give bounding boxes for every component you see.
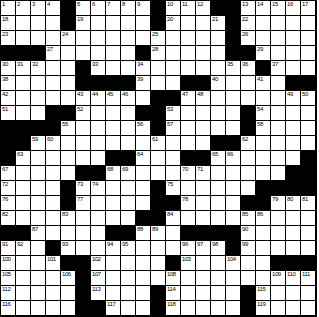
- grid-cell-r2c14[interactable]: [211, 31, 226, 46]
- grid-cell-r20c19[interactable]: [286, 301, 301, 316]
- grid-cell-r0c5[interactable]: 5: [76, 1, 91, 16]
- grid-cell-r3c18[interactable]: [271, 46, 286, 61]
- grid-cell-r0c7[interactable]: 7: [106, 1, 121, 16]
- grid-cell-r19c12[interactable]: [181, 286, 196, 301]
- grid-cell-r13c15[interactable]: [226, 196, 241, 211]
- grid-cell-r4c18[interactable]: 37: [271, 61, 286, 76]
- grid-cell-r0c20[interactable]: 17: [301, 1, 316, 16]
- grid-cell-r16c4[interactable]: 93: [61, 241, 76, 256]
- grid-cell-r3c7[interactable]: [106, 46, 121, 61]
- grid-cell-r20c1[interactable]: [16, 301, 31, 316]
- grid-cell-r8c8[interactable]: [121, 121, 136, 136]
- grid-cell-r14c13[interactable]: [196, 211, 211, 226]
- grid-cell-r15c20[interactable]: [301, 226, 316, 241]
- grid-cell-r3c17[interactable]: 29: [256, 46, 271, 61]
- grid-cell-r13c12[interactable]: 78: [181, 196, 196, 211]
- grid-cell-r10c9[interactable]: 64: [136, 151, 151, 166]
- grid-cell-r19c1[interactable]: [16, 286, 31, 301]
- grid-cell-r17c3[interactable]: 101: [46, 256, 61, 271]
- grid-cell-r20c3[interactable]: [46, 301, 61, 316]
- grid-cell-r9c16[interactable]: 62: [241, 136, 256, 151]
- grid-cell-r0c18[interactable]: 15: [271, 1, 286, 16]
- grid-cell-r18c10[interactable]: [151, 271, 166, 286]
- grid-cell-r2c11[interactable]: [166, 31, 181, 46]
- grid-cell-r3c12[interactable]: [181, 46, 196, 61]
- grid-cell-r15c18[interactable]: [271, 226, 286, 241]
- grid-cell-r10c14[interactable]: 65: [211, 151, 226, 166]
- grid-cell-r17c0[interactable]: 100: [1, 256, 16, 271]
- grid-cell-r19c7[interactable]: [106, 286, 121, 301]
- grid-cell-r9c9[interactable]: [136, 136, 151, 151]
- grid-cell-r14c19[interactable]: [286, 211, 301, 226]
- grid-cell-r4c8[interactable]: [121, 61, 136, 76]
- grid-cell-r2c6[interactable]: [91, 31, 106, 46]
- grid-cell-r5c14[interactable]: 40: [211, 76, 226, 91]
- grid-cell-r12c3[interactable]: [46, 181, 61, 196]
- grid-cell-r17c15[interactable]: 104: [226, 256, 241, 271]
- grid-cell-r15c4[interactable]: [61, 226, 76, 241]
- grid-cell-r1c5[interactable]: 19: [76, 16, 91, 31]
- grid-cell-r9c4[interactable]: [61, 136, 76, 151]
- grid-cell-r7c8[interactable]: [121, 106, 136, 121]
- grid-cell-r14c18[interactable]: [271, 211, 286, 226]
- grid-cell-r16c0[interactable]: 91: [1, 241, 16, 256]
- grid-cell-r8c5[interactable]: [76, 121, 91, 136]
- grid-cell-r13c19[interactable]: 80: [286, 196, 301, 211]
- grid-cell-r16c11[interactable]: [166, 241, 181, 256]
- grid-cell-r18c17[interactable]: [256, 271, 271, 286]
- grid-cell-r19c2[interactable]: [31, 286, 46, 301]
- grid-cell-r7c19[interactable]: [286, 106, 301, 121]
- grid-cell-r19c6[interactable]: 113: [91, 286, 106, 301]
- grid-cell-r9c18[interactable]: [271, 136, 286, 151]
- grid-cell-r5c17[interactable]: 41: [256, 76, 271, 91]
- grid-cell-r2c10[interactable]: 25: [151, 31, 166, 46]
- grid-cell-r13c18[interactable]: 79: [271, 196, 286, 211]
- grid-cell-r17c17[interactable]: [256, 256, 271, 271]
- grid-cell-r2c0[interactable]: 23: [1, 31, 16, 46]
- grid-cell-r10c10[interactable]: [151, 151, 166, 166]
- grid-cell-r20c14[interactable]: [211, 301, 226, 316]
- grid-cell-r13c1[interactable]: [16, 196, 31, 211]
- grid-cell-r6c20[interactable]: 50: [301, 91, 316, 106]
- grid-cell-r18c13[interactable]: [196, 271, 211, 286]
- grid-cell-r5c1[interactable]: [16, 76, 31, 91]
- grid-cell-r16c9[interactable]: [136, 241, 151, 256]
- grid-cell-r13c14[interactable]: [211, 196, 226, 211]
- grid-cell-r10c4[interactable]: [61, 151, 76, 166]
- grid-cell-r1c12[interactable]: [181, 16, 196, 31]
- grid-cell-r8c15[interactable]: [226, 121, 241, 136]
- grid-cell-r17c14[interactable]: [211, 256, 226, 271]
- grid-cell-r3c6[interactable]: [91, 46, 106, 61]
- grid-cell-r15c3[interactable]: [46, 226, 61, 241]
- grid-cell-r12c12[interactable]: [181, 181, 196, 196]
- grid-cell-r8c18[interactable]: [271, 121, 286, 136]
- grid-cell-r3c4[interactable]: [61, 46, 76, 61]
- grid-cell-r2c13[interactable]: [196, 31, 211, 46]
- grid-cell-r9c3[interactable]: 60: [46, 136, 61, 151]
- grid-cell-r17c8[interactable]: [121, 256, 136, 271]
- grid-cell-r4c7[interactable]: [106, 61, 121, 76]
- grid-cell-r2c7[interactable]: [106, 31, 121, 46]
- grid-cell-r2c16[interactable]: 26: [241, 31, 256, 46]
- grid-cell-r14c4[interactable]: 83: [61, 211, 76, 226]
- grid-cell-r8c17[interactable]: 58: [256, 121, 271, 136]
- grid-cell-r19c17[interactable]: 115: [256, 286, 271, 301]
- grid-cell-r3c10[interactable]: 28: [151, 46, 166, 61]
- grid-cell-r9c7[interactable]: [106, 136, 121, 151]
- grid-cell-r12c11[interactable]: 75: [166, 181, 181, 196]
- grid-cell-r11c10[interactable]: [151, 166, 166, 181]
- grid-cell-r13c7[interactable]: [106, 196, 121, 211]
- grid-cell-r10c18[interactable]: [271, 151, 286, 166]
- grid-cell-r19c0[interactable]: 112: [1, 286, 16, 301]
- grid-cell-r14c2[interactable]: [31, 211, 46, 226]
- grid-cell-r0c2[interactable]: 3: [31, 1, 46, 16]
- grid-cell-r14c7[interactable]: [106, 211, 121, 226]
- grid-cell-r7c7[interactable]: [106, 106, 121, 121]
- grid-cell-r6c1[interactable]: [16, 91, 31, 106]
- grid-cell-r4c14[interactable]: [211, 61, 226, 76]
- grid-cell-r4c9[interactable]: 34: [136, 61, 151, 76]
- grid-cell-r0c6[interactable]: 6: [91, 1, 106, 16]
- grid-cell-r5c3[interactable]: [46, 76, 61, 91]
- grid-cell-r3c20[interactable]: [301, 46, 316, 61]
- grid-cell-r9c11[interactable]: [166, 136, 181, 151]
- grid-cell-r16c7[interactable]: 94: [106, 241, 121, 256]
- grid-cell-r5c15[interactable]: [226, 76, 241, 91]
- grid-cell-r4c3[interactable]: [46, 61, 61, 76]
- grid-cell-r15c17[interactable]: [256, 226, 271, 241]
- grid-cell-r13c13[interactable]: [196, 196, 211, 211]
- grid-cell-r13c2[interactable]: [31, 196, 46, 211]
- grid-cell-r0c17[interactable]: 14: [256, 1, 271, 16]
- grid-cell-r20c0[interactable]: 116: [1, 301, 16, 316]
- grid-cell-r15c6[interactable]: [91, 226, 106, 241]
- grid-cell-r13c5[interactable]: 77: [76, 196, 91, 211]
- grid-cell-r18c15[interactable]: [226, 271, 241, 286]
- grid-cell-r1c0[interactable]: 18: [1, 16, 16, 31]
- grid-cell-r6c5[interactable]: 43: [76, 91, 91, 106]
- grid-cell-r2c19[interactable]: [286, 31, 301, 46]
- grid-cell-r20c11[interactable]: 118: [166, 301, 181, 316]
- grid-cell-r5c4[interactable]: [61, 76, 76, 91]
- grid-cell-r3c13[interactable]: [196, 46, 211, 61]
- grid-cell-r2c18[interactable]: [271, 31, 286, 46]
- grid-cell-r0c11[interactable]: 10: [166, 1, 181, 16]
- grid-cell-r11c17[interactable]: [256, 166, 271, 181]
- grid-cell-r8c4[interactable]: 55: [61, 121, 76, 136]
- grid-cell-r15c19[interactable]: [286, 226, 301, 241]
- grid-cell-r12c5[interactable]: 73: [76, 181, 91, 196]
- grid-cell-r19c20[interactable]: [301, 286, 316, 301]
- grid-cell-r18c7[interactable]: [106, 271, 121, 286]
- grid-cell-r10c19[interactable]: [286, 151, 301, 166]
- grid-cell-r19c13[interactable]: [196, 286, 211, 301]
- grid-cell-r2c20[interactable]: [301, 31, 316, 46]
- grid-cell-r15c10[interactable]: 89: [151, 226, 166, 241]
- grid-cell-r2c12[interactable]: [181, 31, 196, 46]
- grid-cell-r12c13[interactable]: [196, 181, 211, 196]
- grid-cell-r6c6[interactable]: 44: [91, 91, 106, 106]
- grid-cell-r11c4[interactable]: [61, 166, 76, 181]
- grid-cell-r14c14[interactable]: [211, 211, 226, 226]
- grid-cell-r10c11[interactable]: [166, 151, 181, 166]
- grid-cell-r5c11[interactable]: [166, 76, 181, 91]
- grid-cell-r8c13[interactable]: [196, 121, 211, 136]
- grid-cell-r4c6[interactable]: 33: [91, 61, 106, 76]
- grid-cell-r13c0[interactable]: 76: [1, 196, 16, 211]
- grid-cell-r7c5[interactable]: 52: [76, 106, 91, 121]
- grid-cell-r8c9[interactable]: 56: [136, 121, 151, 136]
- grid-cell-r20c18[interactable]: [271, 301, 286, 316]
- grid-cell-r11c3[interactable]: [46, 166, 61, 181]
- grid-cell-r9c13[interactable]: [196, 136, 211, 151]
- grid-cell-r16c20[interactable]: [301, 241, 316, 256]
- grid-cell-r8c12[interactable]: [181, 121, 196, 136]
- grid-cell-r11c9[interactable]: [136, 166, 151, 181]
- grid-cell-r5c9[interactable]: 39: [136, 76, 151, 91]
- grid-cell-r18c6[interactable]: 107: [91, 271, 106, 286]
- grid-cell-r18c4[interactable]: 106: [61, 271, 76, 286]
- grid-cell-r6c2[interactable]: [31, 91, 46, 106]
- grid-cell-r8c11[interactable]: 57: [166, 121, 181, 136]
- grid-cell-r12c1[interactable]: [16, 181, 31, 196]
- grid-cell-r8c20[interactable]: [301, 121, 316, 136]
- grid-cell-r14c16[interactable]: 85: [241, 211, 256, 226]
- grid-cell-r11c18[interactable]: [271, 166, 286, 181]
- grid-cell-r8c6[interactable]: [91, 121, 106, 136]
- grid-cell-r20c13[interactable]: [196, 301, 211, 316]
- grid-cell-r5c2[interactable]: [31, 76, 46, 91]
- grid-cell-r11c11[interactable]: [166, 166, 181, 181]
- grid-cell-r19c11[interactable]: 114: [166, 286, 181, 301]
- grid-cell-r6c15[interactable]: [226, 91, 241, 106]
- grid-cell-r1c19[interactable]: [286, 16, 301, 31]
- grid-cell-r11c7[interactable]: 68: [106, 166, 121, 181]
- grid-cell-r13c9[interactable]: [136, 196, 151, 211]
- grid-cell-r0c12[interactable]: 11: [181, 1, 196, 16]
- grid-cell-r12c15[interactable]: [226, 181, 241, 196]
- grid-cell-r12c6[interactable]: 74: [91, 181, 106, 196]
- grid-cell-r10c16[interactable]: [241, 151, 256, 166]
- grid-cell-r8c19[interactable]: [286, 121, 301, 136]
- grid-cell-r14c8[interactable]: [121, 211, 136, 226]
- grid-cell-r16c12[interactable]: 96: [181, 241, 196, 256]
- grid-cell-r10c2[interactable]: [31, 151, 46, 166]
- grid-cell-r0c0[interactable]: 1: [1, 1, 16, 16]
- grid-cell-r17c12[interactable]: 103: [181, 256, 196, 271]
- grid-cell-r10c1[interactable]: 63: [16, 151, 31, 166]
- grid-cell-r12c16[interactable]: [241, 181, 256, 196]
- grid-cell-r14c6[interactable]: [91, 211, 106, 226]
- grid-cell-r3c5[interactable]: [76, 46, 91, 61]
- grid-cell-r1c2[interactable]: [31, 16, 46, 31]
- grid-cell-r0c16[interactable]: 13: [241, 1, 256, 16]
- grid-cell-r18c9[interactable]: [136, 271, 151, 286]
- grid-cell-r19c8[interactable]: [121, 286, 136, 301]
- grid-cell-r2c8[interactable]: [121, 31, 136, 46]
- grid-cell-r5c18[interactable]: [271, 76, 286, 91]
- grid-cell-r14c5[interactable]: [76, 211, 91, 226]
- grid-cell-r3c14[interactable]: [211, 46, 226, 61]
- grid-cell-r16c18[interactable]: [271, 241, 286, 256]
- grid-cell-r2c9[interactable]: [136, 31, 151, 46]
- grid-cell-r8c14[interactable]: [211, 121, 226, 136]
- grid-cell-r17c10[interactable]: [151, 256, 166, 271]
- grid-cell-r4c12[interactable]: [181, 61, 196, 76]
- grid-cell-r16c13[interactable]: 97: [196, 241, 211, 256]
- grid-cell-r4c19[interactable]: [286, 61, 301, 76]
- grid-cell-r17c9[interactable]: [136, 256, 151, 271]
- grid-cell-r1c11[interactable]: 20: [166, 16, 181, 31]
- grid-cell-r6c4[interactable]: [61, 91, 76, 106]
- grid-cell-r8c7[interactable]: [106, 121, 121, 136]
- grid-cell-r11c1[interactable]: [16, 166, 31, 181]
- grid-cell-r1c8[interactable]: [121, 16, 136, 31]
- grid-cell-r6c19[interactable]: 49: [286, 91, 301, 106]
- grid-cell-r7c0[interactable]: 51: [1, 106, 16, 121]
- grid-cell-r0c9[interactable]: 9: [136, 1, 151, 16]
- grid-cell-r14c11[interactable]: 84: [166, 211, 181, 226]
- grid-cell-r20c2[interactable]: [31, 301, 46, 316]
- grid-cell-r11c12[interactable]: 70: [181, 166, 196, 181]
- grid-cell-r1c16[interactable]: 22: [241, 16, 256, 31]
- grid-cell-r20c8[interactable]: [121, 301, 136, 316]
- grid-cell-r7c13[interactable]: [196, 106, 211, 121]
- grid-cell-r15c5[interactable]: [76, 226, 91, 241]
- grid-cell-r14c15[interactable]: [226, 211, 241, 226]
- grid-cell-r1c18[interactable]: [271, 16, 286, 31]
- grid-cell-r4c0[interactable]: 30: [1, 61, 16, 76]
- grid-cell-r4c10[interactable]: [151, 61, 166, 76]
- grid-cell-r1c9[interactable]: [136, 16, 151, 31]
- grid-cell-r9c19[interactable]: [286, 136, 301, 151]
- grid-cell-r12c7[interactable]: [106, 181, 121, 196]
- grid-cell-r17c1[interactable]: [16, 256, 31, 271]
- grid-cell-r6c0[interactable]: 42: [1, 91, 16, 106]
- grid-cell-r16c16[interactable]: 99: [241, 241, 256, 256]
- grid-cell-r20c7[interactable]: 117: [106, 301, 121, 316]
- grid-cell-r10c6[interactable]: [91, 151, 106, 166]
- grid-cell-r14c3[interactable]: [46, 211, 61, 226]
- grid-cell-r13c8[interactable]: [121, 196, 136, 211]
- grid-cell-r16c19[interactable]: [286, 241, 301, 256]
- grid-cell-r19c19[interactable]: [286, 286, 301, 301]
- grid-cell-r11c8[interactable]: 69: [121, 166, 136, 181]
- grid-cell-r4c4[interactable]: [61, 61, 76, 76]
- grid-cell-r20c9[interactable]: [136, 301, 151, 316]
- grid-cell-r15c16[interactable]: 90: [241, 226, 256, 241]
- grid-cell-r1c6[interactable]: [91, 16, 106, 31]
- grid-cell-r7c12[interactable]: [181, 106, 196, 121]
- grid-cell-r7c17[interactable]: 54: [256, 106, 271, 121]
- grid-cell-r15c2[interactable]: 87: [31, 226, 46, 241]
- grid-cell-r6c8[interactable]: 46: [121, 91, 136, 106]
- grid-cell-r1c13[interactable]: [196, 16, 211, 31]
- grid-cell-r18c16[interactable]: [241, 271, 256, 286]
- grid-cell-r14c20[interactable]: [301, 211, 316, 226]
- grid-cell-r14c12[interactable]: [181, 211, 196, 226]
- grid-cell-r13c6[interactable]: [91, 196, 106, 211]
- grid-cell-r18c14[interactable]: [211, 271, 226, 286]
- grid-cell-r15c9[interactable]: 88: [136, 226, 151, 241]
- grid-cell-r2c5[interactable]: [76, 31, 91, 46]
- grid-cell-r2c3[interactable]: [46, 31, 61, 46]
- grid-cell-r17c7[interactable]: [106, 256, 121, 271]
- grid-cell-r1c7[interactable]: [106, 16, 121, 31]
- grid-cell-r2c4[interactable]: 24: [61, 31, 76, 46]
- grid-cell-r5c10[interactable]: [151, 76, 166, 91]
- grid-cell-r7c1[interactable]: [16, 106, 31, 121]
- grid-cell-r7c15[interactable]: [226, 106, 241, 121]
- grid-cell-r12c8[interactable]: [121, 181, 136, 196]
- grid-cell-r2c1[interactable]: [16, 31, 31, 46]
- grid-cell-r18c0[interactable]: 105: [1, 271, 16, 286]
- grid-cell-r7c2[interactable]: [31, 106, 46, 121]
- grid-cell-r17c6[interactable]: 102: [91, 256, 106, 271]
- grid-cell-r18c11[interactable]: 108: [166, 271, 181, 286]
- grid-cell-r12c2[interactable]: [31, 181, 46, 196]
- grid-cell-r0c1[interactable]: 2: [16, 1, 31, 16]
- grid-cell-r16c2[interactable]: [31, 241, 46, 256]
- grid-cell-r19c14[interactable]: [211, 286, 226, 301]
- grid-cell-r7c18[interactable]: [271, 106, 286, 121]
- grid-cell-r7c11[interactable]: 53: [166, 106, 181, 121]
- grid-cell-r19c15[interactable]: [226, 286, 241, 301]
- grid-cell-r16c17[interactable]: [256, 241, 271, 256]
- grid-cell-r14c17[interactable]: 86: [256, 211, 271, 226]
- grid-cell-r12c9[interactable]: [136, 181, 151, 196]
- grid-cell-r13c20[interactable]: 81: [301, 196, 316, 211]
- grid-cell-r19c9[interactable]: [136, 286, 151, 301]
- grid-cell-r3c11[interactable]: [166, 46, 181, 61]
- grid-cell-r5c0[interactable]: 38: [1, 76, 16, 91]
- grid-cell-r17c2[interactable]: [31, 256, 46, 271]
- grid-cell-r18c8[interactable]: [121, 271, 136, 286]
- grid-cell-r5c16[interactable]: [241, 76, 256, 91]
- grid-cell-r6c16[interactable]: [241, 91, 256, 106]
- grid-cell-r7c20[interactable]: [301, 106, 316, 121]
- grid-cell-r6c14[interactable]: [211, 91, 226, 106]
- grid-cell-r9c2[interactable]: 59: [31, 136, 46, 151]
- grid-cell-r4c1[interactable]: 31: [16, 61, 31, 76]
- grid-cell-r14c0[interactable]: 82: [1, 211, 16, 226]
- grid-cell-r0c3[interactable]: 4: [46, 1, 61, 16]
- grid-cell-r18c2[interactable]: [31, 271, 46, 286]
- grid-cell-r16c14[interactable]: 98: [211, 241, 226, 256]
- grid-cell-r1c17[interactable]: [256, 16, 271, 31]
- grid-cell-r4c15[interactable]: 35: [226, 61, 241, 76]
- grid-cell-r0c8[interactable]: 8: [121, 1, 136, 16]
- grid-cell-r18c12[interactable]: [181, 271, 196, 286]
- grid-cell-r18c19[interactable]: 110: [286, 271, 301, 286]
- grid-cell-r20c12[interactable]: [181, 301, 196, 316]
- grid-cell-r20c15[interactable]: [226, 301, 241, 316]
- grid-cell-r10c17[interactable]: [256, 151, 271, 166]
- grid-cell-r11c0[interactable]: 67: [1, 166, 16, 181]
- grid-cell-r9c12[interactable]: [181, 136, 196, 151]
- grid-cell-r11c13[interactable]: 71: [196, 166, 211, 181]
- grid-cell-r2c17[interactable]: [256, 31, 271, 46]
- grid-cell-r4c20[interactable]: [301, 61, 316, 76]
- grid-cell-r4c11[interactable]: [166, 61, 181, 76]
- grid-cell-r16c1[interactable]: 92: [16, 241, 31, 256]
- grid-cell-r3c19[interactable]: [286, 46, 301, 61]
- grid-cell-r18c18[interactable]: 109: [271, 271, 286, 286]
- grid-cell-r20c20[interactable]: [301, 301, 316, 316]
